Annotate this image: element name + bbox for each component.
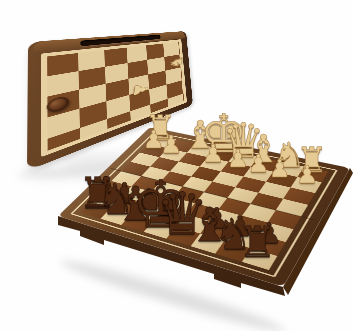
box-piece-white-pawn: ♟ [130, 82, 151, 98]
chess-set-photo: ♟♞ ♜♞♝♛♚♝♜♟♟♟♟♟♟♟♜♞♝♛♚♝♞♜♟♟♟♟♟♟♟ [0, 0, 353, 331]
box-piece-white-knight: ♞ [168, 56, 185, 69]
